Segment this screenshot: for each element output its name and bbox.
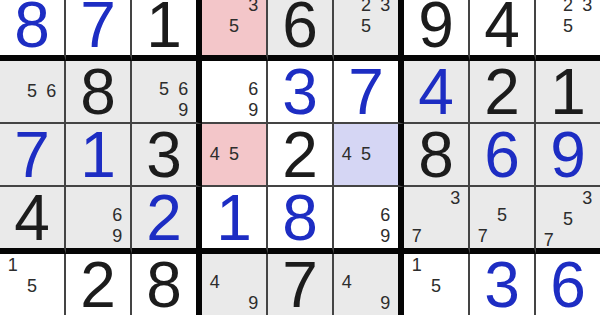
cell-r2c3[interactable]: 569 — [132, 61, 202, 124]
note-5: 5 — [224, 144, 243, 165]
note-5: 5 — [426, 276, 445, 297]
cell-r2c5[interactable]: 3 — [268, 61, 334, 124]
cell-r4c6[interactable]: 69 — [334, 187, 404, 254]
entered-digit: 6 — [550, 254, 586, 315]
note-5: 5 — [558, 16, 577, 37]
pencil-notes: 56 — [0, 61, 64, 122]
cell-r3c7[interactable]: 8 — [404, 124, 470, 187]
sudoku-app-viewport: 8713562359423556856969374217134524586946… — [0, 0, 600, 315]
cell-r3c9[interactable]: 9 — [536, 124, 600, 187]
note-5: 5 — [492, 205, 511, 226]
note-6: 6 — [174, 79, 193, 100]
note-7: 7 — [473, 226, 492, 247]
given-digit: 3 — [146, 124, 182, 187]
cell-r1c3[interactable]: 1 — [132, 0, 202, 61]
given-digit: 8 — [418, 124, 454, 187]
given-digit: 2 — [282, 124, 318, 187]
note-4: 4 — [205, 272, 224, 293]
note-2: 2 — [558, 0, 577, 16]
note-9: 9 — [108, 226, 127, 247]
given-digit: 8 — [146, 254, 182, 315]
note-2: 2 — [356, 0, 375, 16]
pencil-notes: 35 — [202, 0, 266, 55]
note-5: 5 — [22, 276, 41, 297]
cell-r4c3[interactable]: 2 — [132, 187, 202, 254]
note-1: 1 — [3, 255, 22, 276]
given-digit: 2 — [80, 254, 116, 315]
entered-digit: 7 — [14, 124, 50, 187]
cell-r5c2[interactable]: 2 — [66, 254, 132, 315]
cell-r5c1[interactable]: 15 — [0, 254, 66, 315]
cell-r5c9[interactable]: 6 — [536, 254, 600, 315]
cell-r1c9[interactable]: 235 — [536, 0, 600, 61]
cell-r3c4[interactable]: 45 — [202, 124, 268, 187]
given-digit: 8 — [80, 61, 116, 124]
cell-r2c4[interactable]: 69 — [202, 61, 268, 124]
note-6: 6 — [108, 205, 127, 226]
cell-r4c7[interactable]: 37 — [404, 187, 470, 254]
pencil-notes: 69 — [66, 187, 130, 248]
cell-r4c8[interactable]: 57 — [470, 187, 536, 254]
cell-r5c5[interactable]: 7 — [268, 254, 334, 315]
note-4: 4 — [337, 144, 356, 165]
cell-r4c4[interactable]: 1 — [202, 187, 268, 254]
cell-r5c8[interactable]: 3 — [470, 254, 536, 315]
cell-r2c1[interactable]: 56 — [0, 61, 66, 124]
note-3: 3 — [578, 0, 597, 16]
cell-r1c5[interactable]: 6 — [268, 0, 334, 61]
cell-r3c8[interactable]: 6 — [470, 124, 536, 187]
given-digit: 1 — [146, 0, 182, 57]
note-4: 4 — [205, 144, 224, 165]
pencil-notes: 15 — [404, 254, 468, 315]
entered-digit: 6 — [484, 124, 520, 187]
cell-r2c2[interactable]: 8 — [66, 61, 132, 124]
cell-r4c2[interactable]: 69 — [66, 187, 132, 254]
note-9: 9 — [376, 226, 395, 247]
entered-digit: 7 — [348, 61, 384, 124]
entered-digit: 3 — [484, 254, 520, 315]
note-5: 5 — [558, 209, 577, 230]
pencil-notes: 45 — [202, 124, 266, 185]
note-5: 5 — [224, 16, 243, 37]
note-6: 6 — [244, 79, 263, 100]
cell-r3c6[interactable]: 45 — [334, 124, 404, 187]
entered-digit: 4 — [418, 61, 454, 124]
cell-r2c9[interactable]: 1 — [536, 61, 600, 124]
cell-r5c4[interactable]: 49 — [202, 254, 268, 315]
cell-r3c2[interactable]: 1 — [66, 124, 132, 187]
cell-r5c7[interactable]: 15 — [404, 254, 470, 315]
note-9: 9 — [376, 293, 395, 314]
pencil-notes: 569 — [132, 61, 196, 122]
cell-r2c7[interactable]: 4 — [404, 61, 470, 124]
cell-r1c2[interactable]: 7 — [66, 0, 132, 61]
note-5: 5 — [356, 16, 375, 37]
pencil-notes: 15 — [0, 254, 64, 315]
cell-r1c7[interactable]: 9 — [404, 0, 470, 61]
pencil-notes: 69 — [334, 187, 398, 248]
entered-digit: 1 — [216, 187, 252, 250]
note-9: 9 — [244, 293, 263, 314]
sudoku-board: 8713562359423556856969374217134524586946… — [0, 0, 600, 315]
given-digit: 2 — [484, 61, 520, 124]
entered-digit: 1 — [80, 124, 116, 187]
entered-digit: 2 — [146, 187, 182, 250]
entered-digit: 9 — [550, 124, 586, 187]
given-digit: 1 — [550, 61, 586, 124]
given-digit: 7 — [282, 254, 318, 315]
note-1: 1 — [407, 255, 426, 276]
note-3: 3 — [446, 188, 465, 209]
note-9: 9 — [174, 100, 193, 121]
given-digit: 4 — [14, 187, 50, 250]
note-6: 6 — [376, 205, 395, 226]
cell-r4c9[interactable]: 357 — [536, 187, 600, 254]
given-digit: 4 — [484, 0, 520, 57]
pencil-notes: 357 — [536, 187, 600, 248]
cell-r1c8[interactable]: 4 — [470, 0, 536, 61]
pencil-notes: 235 — [536, 0, 600, 55]
entered-digit: 3 — [282, 61, 318, 124]
entered-digit: 7 — [80, 0, 116, 57]
cell-r2c8[interactable]: 2 — [470, 61, 536, 124]
pencil-notes: 45 — [334, 124, 398, 185]
cell-r3c1[interactable]: 7 — [0, 124, 66, 187]
note-6: 6 — [42, 81, 61, 102]
note-3: 3 — [376, 0, 395, 16]
note-3: 3 — [578, 188, 597, 209]
pencil-notes: 49 — [334, 254, 398, 315]
cell-r4c5[interactable]: 8 — [268, 187, 334, 254]
note-7: 7 — [407, 226, 426, 247]
cell-r1c4[interactable]: 35 — [202, 0, 268, 61]
cell-r1c1[interactable]: 8 — [0, 0, 66, 61]
note-5: 5 — [154, 79, 173, 100]
pencil-notes: 69 — [202, 61, 266, 122]
cell-r3c5[interactable]: 2 — [268, 124, 334, 187]
cell-r5c6[interactable]: 49 — [334, 254, 404, 315]
note-5: 5 — [356, 144, 375, 165]
given-digit: 9 — [418, 0, 454, 57]
cell-r3c3[interactable]: 3 — [132, 124, 202, 187]
cell-r5c3[interactable]: 8 — [132, 254, 202, 315]
note-7: 7 — [539, 230, 558, 251]
pencil-notes: 37 — [404, 187, 468, 248]
note-5: 5 — [22, 81, 41, 102]
given-digit: 6 — [282, 0, 318, 57]
pencil-notes: 49 — [202, 254, 266, 315]
note-9: 9 — [244, 100, 263, 121]
entered-digit: 8 — [14, 0, 50, 57]
entered-digit: 8 — [282, 187, 318, 250]
pencil-notes: 235 — [334, 0, 398, 55]
cell-r1c6[interactable]: 235 — [334, 0, 404, 61]
cell-r2c6[interactable]: 7 — [334, 61, 404, 124]
note-3: 3 — [244, 0, 263, 16]
note-4: 4 — [337, 272, 356, 293]
cell-r4c1[interactable]: 4 — [0, 187, 66, 254]
pencil-notes: 57 — [470, 187, 534, 248]
